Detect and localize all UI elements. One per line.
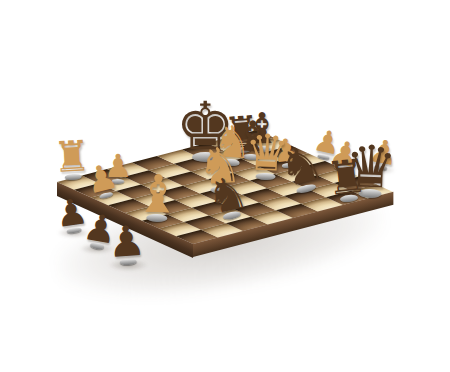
piece-black-rook-g7[interactable]: ♜ bbox=[324, 152, 370, 202]
piece-black-pawn[interactable]: ♟ bbox=[106, 220, 146, 265]
piece-white-bishop-a5[interactable]: ♝ bbox=[134, 167, 182, 221]
black-pawn-icon: ♟ bbox=[106, 220, 146, 265]
chess-set-photo: ♝♜♟♝♚♞♟♟♟♜♛♟♞♞♟♛♜♞♝♟♟♟ bbox=[0, 0, 450, 372]
white-bishop-icon: ♝ bbox=[134, 167, 182, 221]
metal-wobble-base bbox=[147, 214, 168, 223]
metal-wobble-base bbox=[256, 172, 276, 180]
